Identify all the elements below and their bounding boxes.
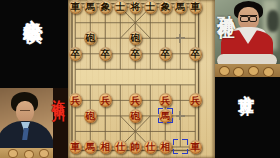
table-edge: [215, 64, 280, 77]
piece-red-pawn[interactable]: 兵: [69, 93, 83, 107]
xiangqi-piece-blur: [248, 66, 259, 76]
last-move-bracket: [173, 139, 188, 154]
piece-black-horse[interactable]: 馬: [174, 0, 188, 14]
piece-black-elephant[interactable]: 象: [99, 0, 113, 14]
piece-black-pawn[interactable]: 卒: [189, 47, 203, 61]
piece-red-pawn[interactable]: 兵: [189, 93, 203, 107]
right-title-panel: 方寸世界: [215, 77, 280, 158]
right-title-text: 方寸世界: [238, 81, 255, 89]
board-grid[interactable]: 車馬象士将士象馬車砲砲卒卒卒卒卒兵兵兵兵兵砲砲馬車馬相仕帥仕相車: [68, 0, 203, 155]
last-move-origin-cross: [176, 111, 185, 120]
player-eyes: [20, 110, 30, 113]
piece-red-elephant[interactable]: 相: [159, 140, 173, 154]
glasses-lens: [240, 16, 249, 22]
right-panel: 孙勇征 方寸世界: [215, 0, 280, 158]
piece-black-advisor[interactable]: 士: [114, 0, 128, 14]
xiangqi-piece-blur: [263, 67, 274, 77]
piece-black-pawn[interactable]: 卒: [69, 47, 83, 61]
player-glasses: [240, 15, 257, 21]
piece-red-rook[interactable]: 車: [69, 140, 83, 154]
piece-black-horse[interactable]: 馬: [84, 0, 98, 14]
photo-sun-yongzheng: 孙勇征: [215, 0, 280, 77]
piece-black-pawn[interactable]: 卒: [99, 47, 113, 61]
glasses-lens: [249, 16, 258, 22]
piece-black-cannon[interactable]: 砲: [84, 31, 98, 45]
xiangqi-piece-blur: [219, 66, 230, 76]
piece-black-pawn[interactable]: 卒: [159, 47, 173, 61]
video-frame: 心意纵横 许银川 車馬象士将士象馬車砲砲卒卒卒卒卒兵兵兵兵兵砲砲馬車馬相仕帥仕相…: [0, 0, 280, 158]
piece-red-horse[interactable]: 馬: [84, 140, 98, 154]
last-move-origin-cross: [176, 34, 185, 43]
piece-black-cannon[interactable]: 砲: [129, 31, 143, 45]
xiangqi-piece-blur: [39, 149, 49, 158]
xiangqi-board: 車馬象士将士象馬車砲砲卒卒卒卒卒兵兵兵兵兵砲砲馬車馬相仕帥仕相車: [68, 0, 215, 158]
xiangqi-piece-blur: [24, 150, 34, 158]
piece-black-pawn[interactable]: 卒: [129, 47, 143, 61]
player-name-xu-yinchuan: 许银川: [51, 89, 65, 103]
piece-red-pawn[interactable]: 兵: [129, 93, 143, 107]
last-move-bracket: [158, 108, 173, 123]
piece-black-rook[interactable]: 車: [69, 0, 83, 14]
piece-red-advisor[interactable]: 仕: [144, 140, 158, 154]
piece-black-rook[interactable]: 車: [189, 0, 203, 14]
player-name-sun-yongzheng: 孙勇征: [217, 1, 236, 10]
piece-red-pawn[interactable]: 兵: [99, 93, 113, 107]
background-figure: [267, 10, 279, 32]
xiangqi-piece-blur: [233, 67, 244, 77]
photo-xu-yinchuan: 许银川: [0, 88, 68, 158]
piece-red-king[interactable]: 帥: [129, 140, 143, 154]
piece-red-advisor[interactable]: 仕: [114, 140, 128, 154]
piece-red-pawn[interactable]: 兵: [159, 93, 173, 107]
piece-black-elephant[interactable]: 象: [159, 0, 173, 14]
piece-red-elephant[interactable]: 相: [99, 140, 113, 154]
piece-red-rook[interactable]: 車: [189, 140, 203, 154]
left-title-text: 心意纵横: [24, 4, 43, 10]
xiangqi-piece-blur: [8, 149, 18, 158]
piece-red-cannon[interactable]: 砲: [129, 109, 143, 123]
left-panel: 心意纵横 许银川: [0, 0, 68, 158]
piece-black-advisor[interactable]: 士: [144, 0, 158, 14]
piece-red-cannon[interactable]: 砲: [84, 109, 98, 123]
photo-scene: [0, 88, 53, 158]
piece-black-king[interactable]: 将: [129, 0, 143, 14]
